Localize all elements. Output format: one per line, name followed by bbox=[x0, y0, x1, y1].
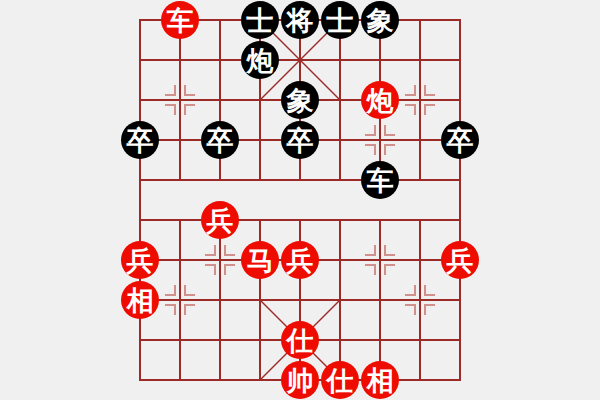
piece-black-general[interactable]: 将 bbox=[281, 1, 319, 39]
xiangqi-app-area: 车士将士象炮象炮卒卒卒卒车兵兵马兵兵相仕帅仕相 bbox=[0, 0, 600, 400]
piece-black-advisor[interactable]: 士 bbox=[321, 1, 359, 39]
piece-black-soldier[interactable]: 卒 bbox=[121, 121, 159, 159]
piece-red-cannon[interactable]: 炮 bbox=[361, 81, 399, 119]
piece-red-chariot[interactable]: 车 bbox=[161, 1, 199, 39]
piece-red-advisor[interactable]: 仕 bbox=[281, 321, 319, 359]
piece-red-soldier[interactable]: 兵 bbox=[121, 241, 159, 279]
piece-black-soldier[interactable]: 卒 bbox=[201, 121, 239, 159]
piece-black-soldier[interactable]: 卒 bbox=[281, 121, 319, 159]
piece-black-chariot[interactable]: 车 bbox=[361, 161, 399, 199]
piece-red-soldier[interactable]: 兵 bbox=[441, 241, 479, 279]
piece-black-elephant[interactable]: 象 bbox=[281, 81, 319, 119]
piece-black-advisor[interactable]: 士 bbox=[241, 1, 279, 39]
piece-red-horse[interactable]: 马 bbox=[241, 241, 279, 279]
piece-red-soldier[interactable]: 兵 bbox=[281, 241, 319, 279]
piece-red-soldier[interactable]: 兵 bbox=[201, 201, 239, 239]
piece-black-cannon[interactable]: 炮 bbox=[241, 41, 279, 79]
piece-black-soldier[interactable]: 卒 bbox=[441, 121, 479, 159]
piece-red-advisor[interactable]: 仕 bbox=[321, 361, 359, 399]
piece-red-elephant[interactable]: 相 bbox=[121, 281, 159, 319]
piece-red-elephant[interactable]: 相 bbox=[361, 361, 399, 399]
piece-red-general[interactable]: 帅 bbox=[281, 361, 319, 399]
piece-black-elephant[interactable]: 象 bbox=[361, 1, 399, 39]
